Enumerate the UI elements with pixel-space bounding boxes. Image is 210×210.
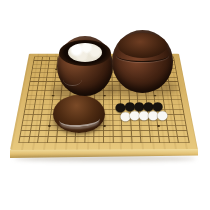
bowl-lid-top [118, 33, 167, 58]
grid-cell [95, 137, 104, 143]
grid-cell [113, 137, 123, 143]
grid-cell [178, 137, 188, 143]
grid-cell [104, 137, 113, 143]
grid-cell [57, 137, 67, 143]
go-set-photo: ●●●●●●●●●● [0, 0, 210, 210]
go-bowl-closed [112, 30, 173, 93]
white-stones-in-bowl [68, 43, 103, 62]
star-point [157, 125, 160, 127]
white-stone: ● [157, 109, 169, 120]
bowl-lid-on-board [53, 95, 105, 133]
grid-cell [76, 137, 86, 143]
go-bowl-open [57, 36, 113, 96]
grid-cell [123, 137, 133, 143]
board-drop-shadow [14, 156, 196, 161]
grid-cell [132, 137, 142, 143]
grid-cell [66, 137, 76, 143]
grid-cell [85, 137, 95, 143]
